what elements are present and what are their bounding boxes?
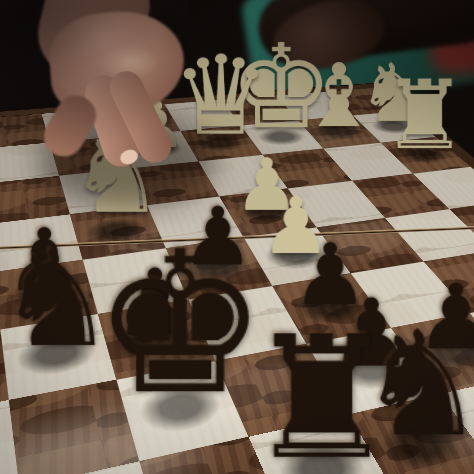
chess-board[interactable]: ♝♟♛♚♝♞♜♞♟♟♟♟♞♟♟♚♟♟♜♞♝	[0, 82, 474, 474]
chess-photo-scene: Dim overhead photo of a folding olive-bu…	[0, 0, 474, 474]
piece-black-rook[interactable]: ♜	[192, 313, 451, 474]
board-scene: ♝♟♛♚♝♞♜♞♟♟♟♟♞♟♟♚♟♟♜♞♝	[0, 0, 474, 474]
piece-white-rook[interactable]: ♜	[352, 67, 474, 162]
square-e8[interactable]: ♜	[249, 414, 401, 474]
board-grid[interactable]: ♝♟♛♚♝♞♜♞♟♟♟♟♞♟♟♚♟♟♜♞♝	[0, 87, 474, 474]
